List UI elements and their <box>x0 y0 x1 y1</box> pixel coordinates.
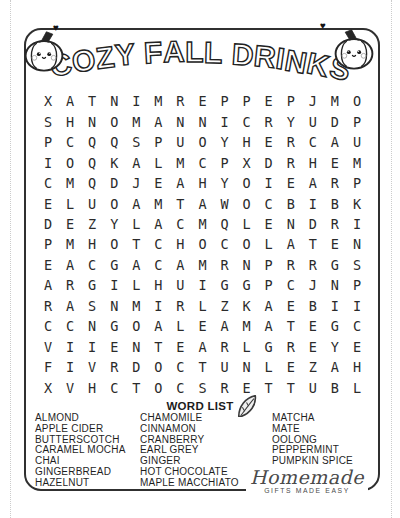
grid-cell: A <box>191 337 213 357</box>
grid-cell: U <box>81 193 103 213</box>
grid-cell: Y <box>280 111 302 131</box>
grid-cell: W <box>214 193 236 213</box>
grid-cell: C <box>258 193 280 213</box>
grid-cell: R <box>214 337 236 357</box>
grid-cell: E <box>324 152 346 172</box>
grid-cell: L <box>191 296 213 316</box>
grid-cell: O <box>236 234 258 254</box>
grid-cell: L <box>169 316 191 336</box>
grid-cell: Y <box>324 337 346 357</box>
cut-guide-line-right <box>391 0 392 518</box>
title-letter: A <box>163 37 186 68</box>
grid-cell: A <box>324 132 346 152</box>
grid-cell: R <box>280 152 302 172</box>
grid-cell: U <box>346 132 368 152</box>
word-list-column: CHAMOMILECINNAMONCRANBERRYEARL GREYGINGE… <box>140 413 239 489</box>
title-letter: L <box>185 37 204 67</box>
homemade-logo: Homemade GIFTS MADE EASY <box>246 466 368 496</box>
grid-cell: M <box>59 234 81 254</box>
grid-cell: V <box>37 337 59 357</box>
grid-cell: E <box>258 132 280 152</box>
grid-cell: U <box>214 357 236 377</box>
grid-cell: I <box>81 337 103 357</box>
grid-cell: S <box>81 296 103 316</box>
title-letter: L <box>204 38 224 68</box>
grid-cell: Q <box>81 132 103 152</box>
grid-cell: N <box>236 255 258 275</box>
grid-cell: E <box>258 214 280 234</box>
grid-cell: T <box>169 193 191 213</box>
grid-cell: O <box>103 193 125 213</box>
grid-cell: H <box>81 234 103 254</box>
grid-cell: D <box>37 214 59 234</box>
grid-cell: Q <box>81 152 103 172</box>
grid-cell: E <box>37 255 59 275</box>
grid-cell: H <box>59 111 81 131</box>
grid-cell: C <box>236 111 258 131</box>
grid-cell: O <box>191 132 213 152</box>
grid-cell: D <box>324 111 346 131</box>
grid-cell: S <box>191 378 213 398</box>
grid-cell: Y <box>214 173 236 193</box>
grid-cell: C <box>147 234 169 254</box>
grid-cell: V <box>81 357 103 377</box>
grid-cell: T <box>280 378 302 398</box>
pumpkin-icon <box>330 24 378 74</box>
grid-cell: I <box>147 296 169 316</box>
grid-cell: N <box>103 296 125 316</box>
grid-cell: U <box>302 378 324 398</box>
grid-cell: O <box>103 111 125 131</box>
grid-cell: G <box>236 275 258 295</box>
grid-cell: R <box>324 214 346 234</box>
grid-cell: E <box>103 337 125 357</box>
grid-cell: O <box>147 378 169 398</box>
grid-cell: L <box>147 152 169 172</box>
grid-cell: P <box>37 132 59 152</box>
grid-cell: R <box>37 296 59 316</box>
grid-cell: C <box>280 275 302 295</box>
grid-cell: C <box>103 378 125 398</box>
grid-cell: I <box>324 296 346 316</box>
grid-cell: D <box>258 152 280 172</box>
grid-cell: E <box>37 193 59 213</box>
grid-cell: E <box>280 357 302 377</box>
grid-cell: S <box>346 255 368 275</box>
grid-cell: T <box>125 378 147 398</box>
grid-cell: H <box>191 173 213 193</box>
grid-cell: M <box>169 152 191 172</box>
grid-cell: C <box>214 234 236 254</box>
grid-cell: E <box>147 173 169 193</box>
grid-cell: M <box>236 316 258 336</box>
grid-cell: I <box>258 173 280 193</box>
word-list-item: MATE <box>272 424 353 435</box>
grid-cell: R <box>280 337 302 357</box>
grid-cell: L <box>346 378 368 398</box>
title-letter: F <box>144 38 164 69</box>
grid-cell: S <box>125 132 147 152</box>
grid-cell: M <box>125 111 147 131</box>
grid-cell: J <box>125 173 147 193</box>
grid-cell: C <box>169 378 191 398</box>
grid-cell: I <box>103 275 125 295</box>
heart-icon: ♥ <box>320 21 326 31</box>
grid-cell: M <box>59 173 81 193</box>
grid-cell: G <box>258 337 280 357</box>
grid-cell: L <box>59 193 81 213</box>
grid-cell: D <box>103 173 125 193</box>
grid-cell: L <box>125 214 147 234</box>
grid-cell: D <box>302 214 324 234</box>
grid-cell: P <box>346 173 368 193</box>
grid-cell: N <box>280 214 302 234</box>
word-list-item: MAPLE MACCHIATO <box>140 478 239 489</box>
grid-cell: I <box>37 152 59 172</box>
grid-cell: A <box>37 275 59 295</box>
heart-icon: ♥ <box>53 23 59 33</box>
grid-cell: C <box>81 255 103 275</box>
grid-cell: M <box>346 152 368 172</box>
grid-cell: R <box>214 378 236 398</box>
grid-cell: E <box>302 316 324 336</box>
grid-cell: Q <box>81 173 103 193</box>
grid-cell: A <box>147 316 169 336</box>
grid-cell: P <box>346 111 368 131</box>
grid-cell: R <box>59 275 81 295</box>
grid-cell: Q <box>214 214 236 234</box>
grid-cell: D <box>125 357 147 377</box>
grid-cell: G <box>103 316 125 336</box>
grid-cell: O <box>59 152 81 172</box>
puzzle-title: COZYFALLDRINKS <box>28 40 372 96</box>
grid-cell: R <box>302 255 324 275</box>
grid-cell: H <box>346 357 368 377</box>
logo-tagline: GIFTS MADE EASY <box>248 487 366 494</box>
grid-cell: A <box>258 296 280 316</box>
grid-cell: O <box>236 193 258 213</box>
grid-cell: L <box>258 357 280 377</box>
grid-cell: O <box>125 316 147 336</box>
grid-cell: A <box>59 296 81 316</box>
grid-cell: T <box>191 357 213 377</box>
grid-cell: N <box>169 111 191 131</box>
grid-cell: O <box>191 234 213 254</box>
grid-cell: Q <box>103 132 125 152</box>
grid-cell: G <box>81 275 103 295</box>
grid-cell: L <box>125 275 147 295</box>
grid-cell: G <box>324 316 346 336</box>
grid-cell: K <box>103 152 125 172</box>
grid-cell: R <box>169 296 191 316</box>
grid-cell: I <box>214 111 236 131</box>
grid-cell: U <box>302 111 324 131</box>
grid-cell: I <box>191 275 213 295</box>
grid-cell: Z <box>214 296 236 316</box>
grid-cell: I <box>302 193 324 213</box>
grid-cell: T <box>125 234 147 254</box>
grid-cell: X <box>236 152 258 172</box>
grid-cell: I <box>59 337 81 357</box>
grid-cell: X <box>37 378 59 398</box>
logo-name: Homemade <box>248 467 366 487</box>
grid-cell: K <box>236 296 258 316</box>
grid-cell: P <box>258 255 280 275</box>
grid-cell: I <box>346 296 368 316</box>
grid-cell: H <box>236 132 258 152</box>
grid-cell: N <box>81 316 103 336</box>
grid-cell: A <box>280 234 302 254</box>
grid-cell: P <box>258 275 280 295</box>
grid-cell: Y <box>103 214 125 234</box>
grid-cell: C <box>37 316 59 336</box>
grid-cell: E <box>346 337 368 357</box>
grid-cell: V <box>59 378 81 398</box>
grid-cell: G <box>103 255 125 275</box>
grid-cell: N <box>191 111 213 131</box>
grid-cell: P <box>37 234 59 254</box>
grid-cell: H <box>302 152 324 172</box>
grid-cell: R <box>214 255 236 275</box>
grid-cell: R <box>280 255 302 275</box>
grid-cell: C <box>346 316 368 336</box>
grid-cell: E <box>280 173 302 193</box>
grid-cell: N <box>125 337 147 357</box>
grid-cell: E <box>280 296 302 316</box>
grid-cell: H <box>169 234 191 254</box>
grid-cell: N <box>81 111 103 131</box>
title-letter: Y <box>114 39 137 71</box>
word-list-item: CINNAMON <box>140 424 239 435</box>
grid-cell: E <box>191 316 213 336</box>
grid-cell: L <box>236 214 258 234</box>
pumpkin-icon <box>20 26 68 76</box>
grid-cell: J <box>302 275 324 295</box>
grid-cell: R <box>280 132 302 152</box>
grid-cell: B <box>280 193 302 213</box>
grid-cell: C <box>37 173 59 193</box>
grid-cell: C <box>169 357 191 377</box>
grid-cell: N <box>236 357 258 377</box>
grid-cell: L <box>236 337 258 357</box>
cut-guide-line-left <box>10 0 11 518</box>
grid-cell: E <box>169 337 191 357</box>
grid-cell: C <box>59 316 81 336</box>
grid-cell: M <box>191 255 213 275</box>
grid-cell: T <box>280 316 302 336</box>
grid-cell: P <box>346 275 368 295</box>
grid-cell: A <box>147 111 169 131</box>
grid-cell: B <box>324 193 346 213</box>
grid-cell: C <box>169 214 191 234</box>
word-grid: XATNIMREPPEPJMOSHNOMANNICRYUDPPCQQSPUOYH… <box>37 91 368 398</box>
grid-cell: P <box>214 152 236 172</box>
grid-cell: C <box>302 132 324 152</box>
grid-cell: Z <box>302 357 324 377</box>
grid-cell: C <box>147 255 169 275</box>
grid-cell: E <box>59 214 81 234</box>
grid-cell: N <box>346 234 368 254</box>
grid-cell: O <box>236 173 258 193</box>
printable-word-search-page: COZYFALLDRINKS ♥ ♥ XATNIMREPPEPJMOSHNOMA… <box>0 0 400 518</box>
grid-cell: M <box>147 193 169 213</box>
grid-cell: G <box>324 255 346 275</box>
grid-cell: B <box>302 296 324 316</box>
grid-cell: A <box>258 316 280 336</box>
grid-cell: K <box>346 193 368 213</box>
grid-cell: T <box>302 234 324 254</box>
grid-cell: I <box>59 357 81 377</box>
grid-cell: A <box>125 152 147 172</box>
grid-cell: O <box>103 234 125 254</box>
grid-cell: P <box>147 132 169 152</box>
grid-cell: A <box>302 173 324 193</box>
grid-cell: H <box>147 275 169 295</box>
grid-cell: B <box>324 378 346 398</box>
grid-cell: E <box>302 337 324 357</box>
grid-cell: A <box>125 193 147 213</box>
grid-cell: I <box>346 214 368 234</box>
word-list-column: ALMONDAPPLE CIDERBUTTERSCOTCHCARAMEL MOC… <box>35 413 126 489</box>
grid-cell: T <box>147 337 169 357</box>
grid-cell: R <box>103 357 125 377</box>
title-letter: D <box>231 39 255 70</box>
grid-cell: C <box>59 132 81 152</box>
word-list-item: APPLE CIDER <box>35 424 126 435</box>
grid-cell: A <box>191 193 213 213</box>
word-list-item: HAZELNUT <box>35 478 126 489</box>
grid-cell: A <box>214 316 236 336</box>
grid-cell: A <box>169 173 191 193</box>
grid-cell: A <box>169 255 191 275</box>
grid-cell: A <box>59 255 81 275</box>
grid-cell: R <box>324 173 346 193</box>
grid-cell: L <box>258 234 280 254</box>
grid-cell: G <box>214 275 236 295</box>
grid-cell: A <box>324 357 346 377</box>
grid-cell: Z <box>81 214 103 234</box>
grid-cell: O <box>147 357 169 377</box>
grid-cell: E <box>324 234 346 254</box>
grid-cell: T <box>258 378 280 398</box>
grid-cell: F <box>37 357 59 377</box>
grid-cell: S <box>37 111 59 131</box>
grid-cell: M <box>125 296 147 316</box>
grid-cell: Y <box>214 132 236 152</box>
grid-cell: U <box>169 132 191 152</box>
grid-cell: N <box>324 275 346 295</box>
grid-cell: H <box>81 378 103 398</box>
grid-cell: M <box>191 214 213 234</box>
grid-cell: A <box>147 214 169 234</box>
grid-cell: U <box>169 275 191 295</box>
grid-cell: C <box>191 152 213 172</box>
grid-cell: R <box>258 111 280 131</box>
grid-cell: A <box>125 255 147 275</box>
title-letter: Z <box>94 42 116 74</box>
